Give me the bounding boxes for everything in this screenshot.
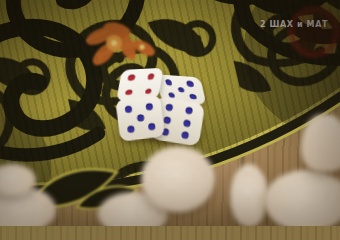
flower-ornament — [72, 18, 167, 70]
checker — [141, 146, 215, 212]
die-pip — [146, 103, 154, 111]
die-pip — [128, 75, 135, 81]
checker-side-view — [301, 114, 340, 172]
die-pip — [181, 132, 189, 140]
die-pip — [186, 81, 194, 87]
die-pip — [165, 79, 173, 85]
checker — [264, 170, 340, 226]
die-left-front-face — [115, 94, 165, 141]
die-pip — [124, 105, 132, 113]
die-pip — [148, 123, 156, 131]
die-pip — [136, 114, 144, 122]
die-pip — [147, 74, 154, 80]
die-left — [115, 68, 167, 142]
stamp-ring-icon — [288, 6, 340, 58]
checker — [230, 164, 268, 226]
watermark-text: 2 ШАХ и МАТ — [260, 20, 340, 29]
die-pip — [183, 119, 191, 127]
watermark: 2 ШАХ и МАТ — [252, 6, 340, 48]
die-pip — [127, 125, 135, 133]
die-pip — [145, 88, 152, 94]
die-pip — [177, 87, 185, 93]
die-pip — [189, 94, 197, 100]
die-pip — [165, 103, 173, 111]
die-pip — [125, 89, 132, 95]
die-pip — [185, 106, 193, 114]
